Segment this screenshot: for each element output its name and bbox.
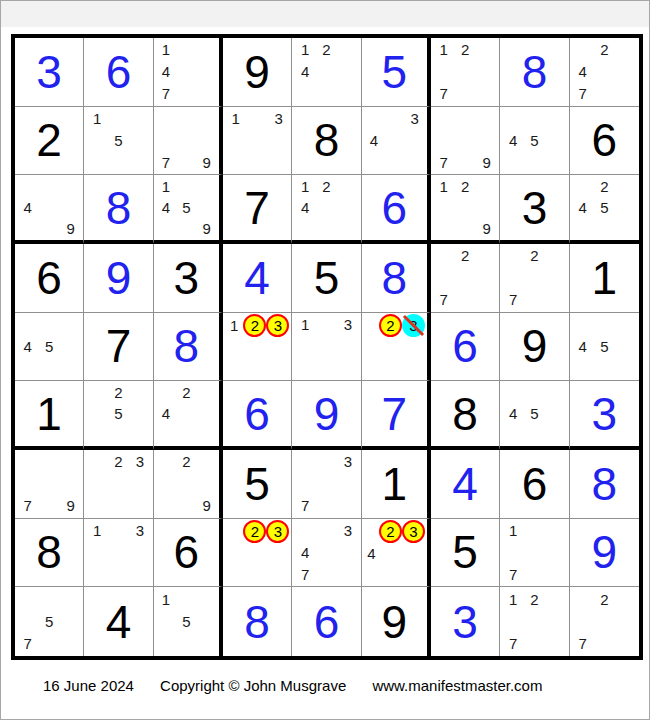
cell-r9c5[interactable]: 6 [292,587,361,656]
cell-r2c7[interactable]: 79 [431,107,500,176]
highlighted-candidate-yellow: 2 [379,520,402,543]
cell-r5c5[interactable]: 13 [292,313,361,382]
candidate-5: 5 [114,406,122,421]
cell-r3c4[interactable]: 7 [223,175,292,244]
candidate-2: 2 [322,179,330,194]
given-digit: 1 [592,255,618,301]
solved-digit: 6 [382,185,408,231]
cell-r8c6[interactable]: 234 [362,519,431,588]
solved-digit: 9 [592,529,618,575]
given-digit: 1 [36,391,62,437]
candidate-7: 7 [509,292,517,307]
candidate-5: 5 [182,614,190,629]
candidate-grid: 79 [15,450,83,518]
solved-digit: 6 [452,323,478,369]
candidate-grid: 124 [292,175,360,240]
candidate-4: 4 [370,133,378,148]
candidate-5: 5 [530,406,538,421]
solved-digit: 9 [314,391,340,437]
title-bar [1,1,649,27]
candidate-4: 4 [509,406,517,421]
candidate-4: 4 [578,339,586,354]
candidate-grid: 57 [15,587,83,656]
candidate-4: 4 [301,545,309,560]
candidate-grid: 245 [570,175,639,240]
cell-r5c4[interactable]: 123 [223,313,292,382]
candidate-5: 5 [530,133,538,148]
candidate-7: 7 [578,86,586,101]
candidate-7: 7 [162,86,170,101]
solved-digit: 9 [106,255,132,301]
candidate-9: 9 [66,221,74,236]
candidate-3: 3 [344,454,352,469]
cell-r6c9[interactable]: 3 [570,381,639,450]
given-digit: 7 [244,185,270,231]
given-digit: 7 [106,323,132,369]
candidate-2: 2 [600,179,608,194]
cell-r2c9[interactable]: 6 [570,107,639,176]
candidate-grid: 234 [362,519,427,587]
given-digit: 6 [36,255,62,301]
cell-r1c3[interactable]: 147 [154,38,223,107]
candidate-grid: 1459 [154,175,219,240]
candidate-grid: 123 [223,313,291,381]
cell-r3c5[interactable]: 124 [292,175,361,244]
highlighted-candidate-yellow: 3 [402,520,425,543]
cell-r6c6[interactable]: 7 [362,381,431,450]
cell-r8c9[interactable]: 9 [570,519,639,588]
highlighted-candidate-yellow: 2 [243,520,266,543]
footer: 16 June 2024 Copyright © John Musgrave w… [43,677,542,694]
candidate-1: 1 [509,592,517,607]
page: 3614791245127824721579138347945649814597… [0,0,650,720]
candidate-grid: 23 [84,450,152,518]
cell-r4c4[interactable]: 4 [223,244,292,313]
candidate-grid: 79 [431,107,499,175]
given-digit: 5 [244,461,270,507]
cell-r4c6[interactable]: 8 [362,244,431,313]
candidate-grid: 34 [362,107,427,175]
given-digit: 9 [382,599,408,645]
cell-r4c5[interactable]: 5 [292,244,361,313]
candidate-1: 1 [162,179,170,194]
candidate-2: 2 [530,592,538,607]
candidate-grid: 49 [15,175,83,240]
candidate-2: 2 [114,454,122,469]
solved-digit: 4 [244,255,270,301]
candidate-2: 2 [461,179,469,194]
sudoku-board: 3614791245127824721579138347945649814597… [11,34,643,660]
candidate-1: 1 [301,317,309,332]
candidate-4: 4 [162,406,170,421]
candidate-4: 4 [509,133,517,148]
given-digit: 3 [522,185,548,231]
solved-digit: 8 [174,323,200,369]
candidate-9: 9 [482,155,490,170]
cell-r5c8[interactable]: 9 [500,313,569,382]
cell-r5c3[interactable]: 8 [154,313,223,382]
candidate-grid: 45 [570,313,639,381]
candidate-2: 2 [461,42,469,57]
footer-website[interactable]: www.manifestmaster.com [372,677,542,694]
given-digit: 5 [452,529,478,575]
candidate-1: 1 [301,42,309,57]
given-digit: 9 [244,49,270,95]
solved-digit: 3 [452,599,478,645]
highlighted-candidate-yellow: 3 [266,314,289,337]
candidate-grid: 25 [84,381,152,446]
cell-r5c1[interactable]: 45 [15,313,84,382]
candidate-2: 2 [114,385,122,400]
candidate-7: 7 [301,567,309,582]
candidate-2: 2 [600,592,608,607]
cell-r7c6[interactable]: 1 [362,450,431,519]
candidate-4: 4 [162,64,170,79]
candidate-5: 5 [600,339,608,354]
cell-r7c5[interactable]: 37 [292,450,361,519]
cell-r3c1[interactable]: 49 [15,175,84,244]
candidate-7: 7 [578,636,586,651]
solved-digit: 3 [36,49,62,95]
candidate-4: 4 [301,200,309,215]
cell-r7c1[interactable]: 79 [15,450,84,519]
cell-r9c9[interactable]: 27 [570,587,639,656]
candidate-grid: 13 [223,107,291,175]
candidate-1: 1 [93,111,101,126]
cell-r5c6[interactable]: 23 [362,313,431,382]
cell-r6c2[interactable]: 25 [84,381,153,450]
candidate-3: 3 [344,317,352,332]
solved-digit: 8 [382,255,408,301]
cell-r7c8[interactable]: 6 [500,450,569,519]
candidate-grid: 15 [154,587,219,656]
cell-r3c7[interactable]: 129 [431,175,500,244]
cell-r8c2[interactable]: 13 [84,519,153,588]
cell-r7c3[interactable]: 29 [154,450,223,519]
candidate-grid: 79 [154,107,219,175]
cell-r8c8[interactable]: 17 [500,519,569,588]
cell-r1c9[interactable]: 247 [570,38,639,107]
solved-digit: 8 [592,461,618,507]
candidate-7: 7 [24,636,32,651]
cell-r4c3[interactable]: 3 [154,244,223,313]
candidate-9: 9 [203,155,211,170]
given-digit: 8 [314,117,340,163]
cell-r2c1[interactable]: 2 [15,107,84,176]
cell-r4c2[interactable]: 9 [84,244,153,313]
highlighted-candidate-yellow: 2 [243,314,266,337]
cell-r9c4[interactable]: 8 [223,587,292,656]
cell-r8c3[interactable]: 6 [154,519,223,588]
candidate-7: 7 [509,567,517,582]
cell-r3c3[interactable]: 1459 [154,175,223,244]
candidate-9: 9 [203,221,211,236]
candidate-3: 3 [136,454,144,469]
candidate-grid: 347 [292,519,360,587]
candidate-1: 1 [440,179,448,194]
candidate-grid: 13 [292,313,360,381]
candidate-grid: 37 [292,450,360,518]
candidate-4: 4 [578,64,586,79]
cell-r7c2[interactable]: 23 [84,450,153,519]
given-digit: 6 [592,117,618,163]
cell-r2c6[interactable]: 34 [362,107,431,176]
candidate-2: 2 [461,248,469,263]
cell-r4c7[interactable]: 27 [431,244,500,313]
candidate-grid: 129 [431,175,499,240]
solved-digit: 6 [244,391,270,437]
candidate-grid: 45 [15,313,83,381]
candidate-1: 1 [509,523,517,538]
cell-r5c7[interactable]: 6 [431,313,500,382]
candidate-1: 1 [93,523,101,538]
solved-digit: 7 [382,391,408,437]
candidate-3: 3 [411,111,419,126]
cell-r4c1[interactable]: 6 [15,244,84,313]
candidate-1: 1 [301,179,309,194]
cell-r6c3[interactable]: 24 [154,381,223,450]
candidate-grid: 124 [292,38,360,106]
candidate-1: 1 [230,318,238,333]
candidate-5: 5 [45,339,53,354]
cell-r3c8[interactable]: 3 [500,175,569,244]
candidate-9: 9 [482,221,490,236]
candidate-2: 2 [600,42,608,57]
solved-digit: 8 [522,49,548,95]
cell-r2c2[interactable]: 15 [84,107,153,176]
solved-digit: 4 [452,461,478,507]
candidate-grid: 127 [500,587,568,656]
cell-r4c9[interactable]: 1 [570,244,639,313]
candidate-grid: 27 [500,244,568,312]
solved-digit: 6 [106,49,132,95]
highlighted-candidate-yellow: 3 [266,520,289,543]
candidate-2: 2 [182,385,190,400]
given-digit: 8 [36,529,62,575]
candidate-3: 3 [344,523,352,538]
footer-copyright: Copyright © John Musgrave [160,677,346,694]
cell-r2c3[interactable]: 79 [154,107,223,176]
candidate-2: 2 [530,248,538,263]
cell-r8c7[interactable]: 5 [431,519,500,588]
cell-r4c8[interactable]: 27 [500,244,569,313]
candidate-7: 7 [24,498,32,513]
cell-r1c7[interactable]: 127 [431,38,500,107]
candidate-1: 1 [162,42,170,57]
candidate-1: 1 [162,592,170,607]
candidate-4: 4 [301,64,309,79]
candidate-grid: 15 [84,107,152,175]
cell-r2c4[interactable]: 13 [223,107,292,176]
candidate-grid: 13 [84,519,152,587]
candidate-grid: 23 [223,519,291,587]
candidate-3: 3 [136,523,144,538]
given-digit: 8 [452,391,478,437]
given-digit: 5 [314,255,340,301]
solved-digit: 5 [382,49,408,95]
candidate-5: 5 [45,614,53,629]
cell-r7c4[interactable]: 5 [223,450,292,519]
candidate-1: 1 [232,111,240,126]
given-digit: 9 [522,323,548,369]
cell-r6c1[interactable]: 1 [15,381,84,450]
cell-r6c8[interactable]: 45 [500,381,569,450]
candidate-4: 4 [367,546,375,561]
footer-date: 16 June 2024 [43,677,134,694]
candidate-grid: 247 [570,38,639,106]
cell-r9c1[interactable]: 57 [15,587,84,656]
given-digit: 6 [522,461,548,507]
given-digit: 2 [36,117,62,163]
cell-r1c4[interactable]: 9 [223,38,292,107]
candidate-grid: 23 [362,313,427,381]
candidate-3: 3 [274,111,282,126]
candidate-grid: 147 [154,38,219,106]
cell-r9c8[interactable]: 127 [500,587,569,656]
eliminated-candidate-cyan: 3 [402,314,425,337]
solved-digit: 8 [106,185,132,231]
candidate-grid: 27 [570,587,639,656]
given-digit: 1 [382,461,408,507]
cell-r7c9[interactable]: 8 [570,450,639,519]
cell-r1c5[interactable]: 124 [292,38,361,107]
cell-r8c1[interactable]: 8 [15,519,84,588]
cell-r3c2[interactable]: 8 [84,175,153,244]
candidate-7: 7 [509,636,517,651]
candidate-grid: 29 [154,450,219,518]
candidate-7: 7 [440,292,448,307]
cell-r5c9[interactable]: 45 [570,313,639,382]
candidate-grid: 45 [500,107,568,175]
cell-r5c2[interactable]: 7 [84,313,153,382]
highlighted-candidate-yellow: 2 [379,314,402,337]
cell-r9c2[interactable]: 4 [84,587,153,656]
cell-r2c5[interactable]: 8 [292,107,361,176]
cell-r8c5[interactable]: 347 [292,519,361,588]
candidate-5: 5 [600,200,608,215]
cell-r8c4[interactable]: 23 [223,519,292,588]
candidate-7: 7 [440,155,448,170]
cell-r1c8[interactable]: 8 [500,38,569,107]
given-digit: 3 [174,255,200,301]
candidate-5: 5 [182,200,190,215]
cell-r9c6[interactable]: 9 [362,587,431,656]
candidate-grid: 45 [500,381,568,446]
solved-digit: 6 [314,599,340,645]
cell-r6c7[interactable]: 8 [431,381,500,450]
candidate-grid: 127 [431,38,499,106]
candidate-4: 4 [24,339,32,354]
candidate-4: 4 [578,200,586,215]
cell-r6c4[interactable]: 6 [223,381,292,450]
candidate-7: 7 [301,498,309,513]
solved-digit: 3 [592,391,618,437]
candidate-4: 4 [24,200,32,215]
candidate-7: 7 [440,86,448,101]
candidate-grid: 24 [154,381,219,446]
candidate-grid: 17 [500,519,568,587]
cell-r9c7[interactable]: 3 [431,587,500,656]
cell-r9c3[interactable]: 15 [154,587,223,656]
candidate-9: 9 [66,498,74,513]
cell-r3c6[interactable]: 6 [362,175,431,244]
cell-r1c6[interactable]: 5 [362,38,431,107]
candidate-9: 9 [203,498,211,513]
candidate-grid: 27 [431,244,499,312]
cell-r6c5[interactable]: 9 [292,381,361,450]
cell-r1c2[interactable]: 6 [84,38,153,107]
candidate-1: 1 [440,42,448,57]
cell-r2c8[interactable]: 45 [500,107,569,176]
given-digit: 6 [174,529,200,575]
candidate-7: 7 [162,155,170,170]
cell-r3c9[interactable]: 245 [570,175,639,244]
candidate-2: 2 [322,42,330,57]
given-digit: 4 [106,599,132,645]
cell-r1c1[interactable]: 3 [15,38,84,107]
solved-digit: 8 [244,599,270,645]
candidate-2: 2 [182,454,190,469]
candidate-5: 5 [114,133,122,148]
candidate-4: 4 [162,200,170,215]
cell-r7c7[interactable]: 4 [431,450,500,519]
